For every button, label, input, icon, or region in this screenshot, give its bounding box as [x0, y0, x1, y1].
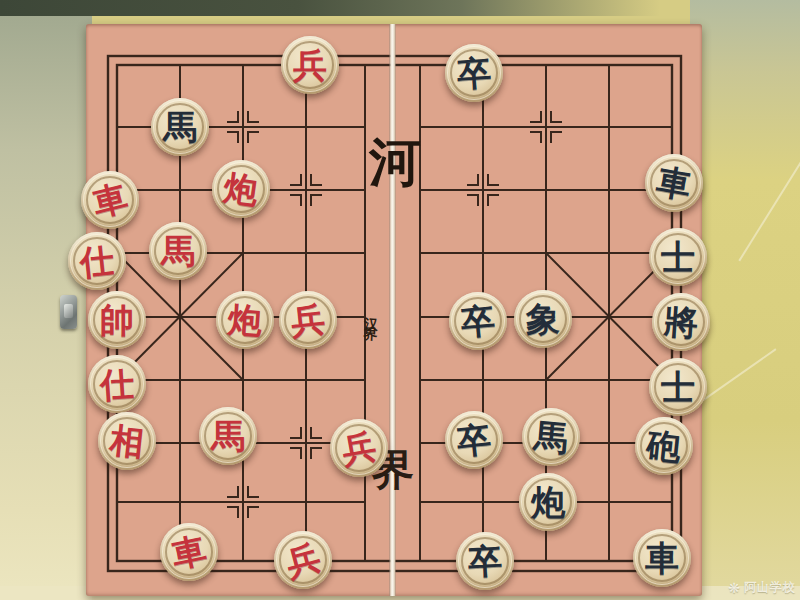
piece-glyph: 炮	[531, 485, 565, 519]
piece-red-車-c2r9[interactable]: 車	[160, 523, 218, 581]
watermark: ❋ 阿山学校	[728, 579, 796, 596]
table-edge-top	[0, 0, 660, 16]
piece-glyph: 車	[654, 163, 693, 202]
piece-red-仕-c1r6[interactable]: 仕	[88, 355, 146, 413]
table-background-right	[690, 0, 800, 600]
piece-glyph: 將	[663, 304, 699, 340]
piece-red-炮-c3r5[interactable]: 炮	[216, 291, 274, 349]
piece-black-士-c10r6[interactable]: 士	[649, 358, 707, 416]
piece-glyph: 馬	[211, 419, 245, 453]
piece-black-馬-c2r2[interactable]: 馬	[151, 98, 209, 156]
piece-glyph: 炮	[227, 302, 263, 338]
piece-glyph: 士	[661, 240, 695, 274]
piece-black-卒-c7r5[interactable]: 卒	[449, 292, 507, 350]
piece-red-兵-c4r9[interactable]: 兵	[274, 531, 332, 589]
piece-red-相-c1r7[interactable]: 相	[98, 412, 156, 470]
piece-red-車-c1r3[interactable]: 車	[81, 171, 139, 229]
piece-red-兵-c4r5[interactable]: 兵	[279, 291, 337, 349]
river-label-he: 河	[369, 128, 421, 198]
piece-glyph: 卒	[467, 543, 503, 579]
piece-glyph: 兵	[289, 301, 326, 338]
scene: 河 界 汉界 ❋ 阿山学校 兵車炮仕馬帥炮兵仕相馬兵車兵卒馬車士卒象將士卒馬砲炮…	[0, 0, 800, 600]
piece-glyph: 象	[526, 302, 560, 336]
piece-red-帥-c1r5[interactable]: 帥	[88, 291, 146, 349]
piece-black-車-c10r9[interactable]: 車	[633, 529, 691, 587]
piece-glyph: 馬	[163, 110, 197, 144]
piece-red-馬-c2r4[interactable]: 馬	[149, 222, 207, 280]
piece-glyph: 卒	[455, 421, 492, 458]
piece-glyph: 相	[108, 422, 145, 459]
board-fold-line	[389, 24, 396, 596]
piece-glyph: 卒	[460, 303, 497, 340]
piece-glyph: 仕	[78, 242, 115, 279]
piece-black-象-c8r5[interactable]: 象	[514, 290, 572, 348]
piece-black-馬-c8r7[interactable]: 馬	[522, 408, 580, 466]
piece-glyph: 馬	[161, 234, 195, 268]
piece-red-馬-c3r7[interactable]: 馬	[199, 407, 257, 465]
piece-red-仕-c1r4[interactable]: 仕	[68, 232, 126, 290]
piece-glyph: 炮	[222, 170, 260, 208]
piece-glyph: 砲	[645, 427, 682, 464]
piece-glyph: 兵	[293, 48, 327, 82]
piece-glyph: 兵	[339, 428, 378, 467]
piece-black-車-c10r3[interactable]: 車	[645, 154, 703, 212]
watermark-star-icon: ❋	[728, 580, 741, 596]
piece-black-砲-c10r7[interactable]: 砲	[635, 417, 693, 475]
piece-glyph: 車	[645, 541, 679, 575]
piece-glyph: 車	[89, 179, 130, 220]
board-metal-clasp	[60, 295, 77, 329]
piece-black-卒-c7r7[interactable]: 卒	[445, 411, 503, 469]
piece-black-將-c10r5[interactable]: 將	[652, 293, 710, 351]
piece-black-士-c10r4[interactable]: 士	[649, 228, 707, 286]
piece-glyph: 卒	[456, 55, 492, 91]
piece-glyph: 兵	[282, 539, 324, 581]
piece-glyph: 馬	[533, 419, 570, 456]
piece-glyph: 士	[661, 370, 695, 404]
piece-glyph: 仕	[99, 366, 135, 402]
piece-glyph: 車	[169, 532, 209, 572]
piece-red-兵-c5r7[interactable]: 兵	[330, 419, 388, 477]
piece-black-卒-c7r1[interactable]: 卒	[445, 44, 503, 102]
piece-glyph: 帥	[100, 303, 134, 337]
table-background-left	[0, 0, 92, 600]
piece-black-炮-c8r8[interactable]: 炮	[519, 473, 577, 531]
piece-red-兵-c4r1[interactable]: 兵	[281, 36, 339, 94]
piece-black-卒-c7r9[interactable]: 卒	[456, 532, 514, 590]
watermark-text: 阿山学校	[744, 579, 796, 596]
river-small-text: 汉界	[362, 306, 381, 327]
piece-red-炮-c3r3[interactable]: 炮	[212, 160, 270, 218]
